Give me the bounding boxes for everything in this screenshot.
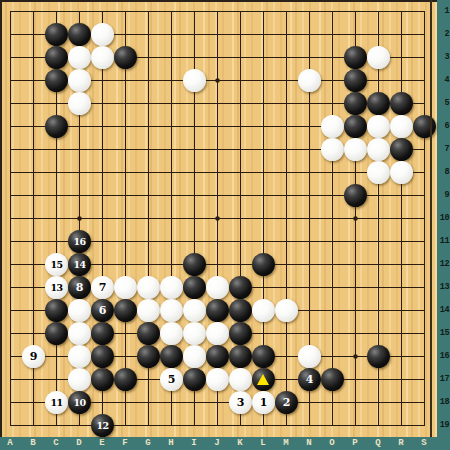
- col-label-I: I: [188, 437, 200, 450]
- board-edge-left: [0, 0, 2, 437]
- col-label-F: F: [119, 437, 131, 450]
- row-label-3: 3: [438, 52, 449, 63]
- row-label-15: 15: [438, 328, 449, 339]
- col-label-H: H: [165, 437, 177, 450]
- col-label-E: E: [96, 437, 108, 450]
- row-label-8: 8: [438, 167, 449, 178]
- col-label-N: N: [303, 437, 315, 450]
- col-label-O: O: [326, 437, 338, 450]
- col-label-A: A: [4, 437, 16, 450]
- hoshi-point-D10: [77, 216, 82, 221]
- row-label-16: 16: [438, 351, 449, 362]
- row-label-9: 9: [438, 190, 449, 201]
- col-label-S: S: [418, 437, 430, 450]
- hoshi-point-J16: [215, 354, 220, 359]
- row-label-7: 7: [438, 144, 449, 155]
- row-label-19: 19: [438, 420, 449, 431]
- row-label-14: 14: [438, 305, 449, 316]
- row-label-5: 5: [438, 98, 449, 109]
- row-labels: 12345678910111213141516171819: [437, 0, 450, 450]
- board-grid[interactable]: [0, 0, 450, 450]
- col-label-G: G: [142, 437, 154, 450]
- hoshi-point-D4: [77, 78, 82, 83]
- hoshi-point-P4: [353, 78, 358, 83]
- row-label-2: 2: [438, 29, 449, 40]
- column-labels: ABCDEFGHIJKLMNOPQRS: [0, 437, 450, 450]
- col-label-J: J: [211, 437, 223, 450]
- row-label-18: 18: [438, 397, 449, 408]
- row-label-17: 17: [438, 374, 449, 385]
- col-label-Q: Q: [372, 437, 384, 450]
- go-board-diagram: ABCDEFGHIJKLMNOPQRS 12345678910111213141…: [0, 0, 450, 450]
- col-label-B: B: [27, 437, 39, 450]
- col-label-D: D: [73, 437, 85, 450]
- col-label-R: R: [395, 437, 407, 450]
- hoshi-point-P10: [353, 216, 358, 221]
- col-label-L: L: [257, 437, 269, 450]
- row-label-6: 6: [438, 121, 449, 132]
- col-label-P: P: [349, 437, 361, 450]
- row-label-4: 4: [438, 75, 449, 86]
- row-label-11: 11: [438, 236, 449, 247]
- hoshi-point-D16: [77, 354, 82, 359]
- col-label-C: C: [50, 437, 62, 450]
- row-label-10: 10: [438, 213, 449, 224]
- col-label-M: M: [280, 437, 292, 450]
- hoshi-point-J4: [215, 78, 220, 83]
- col-label-K: K: [234, 437, 246, 450]
- row-label-13: 13: [438, 282, 449, 293]
- hoshi-point-J10: [215, 216, 220, 221]
- board-edge-top: [0, 0, 437, 2]
- row-label-12: 12: [438, 259, 449, 270]
- hoshi-point-P16: [353, 354, 358, 359]
- board-edge-right: [430, 0, 432, 437]
- row-label-1: 1: [438, 6, 449, 17]
